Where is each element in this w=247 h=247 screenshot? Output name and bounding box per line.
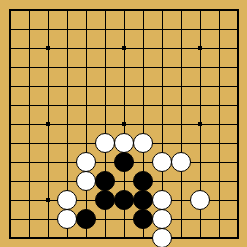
intersection[interactable]	[95, 38, 114, 57]
intersection[interactable]	[171, 0, 190, 19]
intersection[interactable]	[0, 19, 19, 38]
intersection[interactable]	[19, 57, 38, 76]
intersection[interactable]	[209, 19, 228, 38]
white-stone[interactable]: ●	[152, 152, 172, 172]
intersection[interactable]	[19, 76, 38, 95]
intersection[interactable]	[38, 0, 57, 19]
intersection[interactable]	[209, 57, 228, 76]
intersection[interactable]	[38, 114, 57, 133]
intersection[interactable]	[228, 114, 247, 133]
intersection[interactable]	[190, 0, 209, 19]
intersection[interactable]	[133, 19, 152, 38]
intersection[interactable]: ●	[133, 171, 152, 190]
intersection[interactable]	[76, 95, 95, 114]
intersection[interactable]	[190, 171, 209, 190]
intersection[interactable]	[0, 209, 19, 228]
intersection[interactable]	[152, 114, 171, 133]
intersection[interactable]	[190, 57, 209, 76]
intersection[interactable]	[57, 76, 76, 95]
intersection[interactable]	[114, 38, 133, 57]
intersection[interactable]: ●	[114, 152, 133, 171]
intersection[interactable]	[228, 57, 247, 76]
intersection[interactable]: ●	[95, 190, 114, 209]
black-stone[interactable]: ●	[133, 190, 153, 210]
intersection[interactable]	[38, 95, 57, 114]
intersection[interactable]	[0, 0, 19, 19]
intersection[interactable]	[57, 133, 76, 152]
intersection[interactable]	[38, 228, 57, 247]
intersection[interactable]	[209, 152, 228, 171]
intersection[interactable]	[38, 76, 57, 95]
intersection[interactable]	[76, 57, 95, 76]
intersection[interactable]	[19, 95, 38, 114]
intersection[interactable]	[133, 38, 152, 57]
white-stone[interactable]: ●	[152, 228, 172, 247]
intersection[interactable]	[76, 190, 95, 209]
white-stone[interactable]: ●	[152, 190, 172, 210]
intersection[interactable]	[228, 19, 247, 38]
intersection[interactable]	[95, 95, 114, 114]
intersection[interactable]	[190, 228, 209, 247]
intersection[interactable]	[190, 152, 209, 171]
intersection[interactable]	[152, 0, 171, 19]
intersection[interactable]	[209, 190, 228, 209]
intersection[interactable]	[19, 133, 38, 152]
intersection[interactable]	[228, 171, 247, 190]
intersection[interactable]	[57, 171, 76, 190]
intersection[interactable]	[57, 19, 76, 38]
intersection[interactable]	[0, 171, 19, 190]
black-stone[interactable]: ●	[95, 190, 115, 210]
intersection[interactable]	[114, 57, 133, 76]
intersection[interactable]	[95, 152, 114, 171]
intersection[interactable]	[171, 95, 190, 114]
intersection[interactable]: ●	[133, 190, 152, 209]
intersection[interactable]	[209, 114, 228, 133]
intersection[interactable]	[95, 228, 114, 247]
intersection[interactable]	[171, 57, 190, 76]
white-stone[interactable]: ●	[171, 152, 191, 172]
intersection[interactable]	[190, 76, 209, 95]
intersection[interactable]	[0, 95, 19, 114]
intersection[interactable]	[114, 114, 133, 133]
intersection[interactable]	[38, 57, 57, 76]
intersection[interactable]	[76, 0, 95, 19]
intersection[interactable]	[57, 57, 76, 76]
intersection[interactable]	[114, 228, 133, 247]
intersection[interactable]	[209, 133, 228, 152]
intersection[interactable]	[133, 114, 152, 133]
intersection[interactable]	[0, 152, 19, 171]
intersection[interactable]	[114, 19, 133, 38]
intersection[interactable]	[0, 114, 19, 133]
black-stone[interactable]: ●	[114, 152, 134, 172]
intersection[interactable]	[95, 114, 114, 133]
intersection[interactable]	[228, 38, 247, 57]
intersection[interactable]	[57, 152, 76, 171]
intersection[interactable]	[171, 209, 190, 228]
white-stone[interactable]: ●	[95, 133, 115, 153]
intersection[interactable]	[76, 114, 95, 133]
intersection[interactable]	[209, 38, 228, 57]
intersection[interactable]	[190, 209, 209, 228]
intersection[interactable]	[209, 0, 228, 19]
intersection[interactable]: ●	[76, 152, 95, 171]
intersection[interactable]	[95, 209, 114, 228]
intersection[interactable]	[0, 133, 19, 152]
intersection[interactable]	[19, 0, 38, 19]
intersection[interactable]	[19, 228, 38, 247]
intersection[interactable]: ●	[76, 171, 95, 190]
intersection[interactable]	[57, 0, 76, 19]
intersection[interactable]	[133, 57, 152, 76]
black-stone[interactable]: ●	[133, 209, 153, 229]
intersection[interactable]: ●	[114, 133, 133, 152]
intersection[interactable]	[209, 171, 228, 190]
intersection[interactable]	[38, 19, 57, 38]
intersection-grid: ●●●●●●●●●●●●●●●●●●●●●	[0, 0, 247, 247]
intersection[interactable]	[38, 209, 57, 228]
intersection[interactable]	[190, 95, 209, 114]
intersection[interactable]: ●	[76, 209, 95, 228]
intersection[interactable]	[114, 95, 133, 114]
intersection[interactable]	[19, 190, 38, 209]
intersection[interactable]	[171, 38, 190, 57]
intersection[interactable]	[57, 228, 76, 247]
intersection[interactable]	[114, 0, 133, 19]
intersection[interactable]: ●	[133, 209, 152, 228]
intersection[interactable]	[171, 19, 190, 38]
intersection[interactable]	[171, 76, 190, 95]
white-stone[interactable]: ●	[76, 171, 96, 191]
intersection[interactable]: ●	[152, 228, 171, 247]
intersection[interactable]	[133, 76, 152, 95]
intersection[interactable]	[38, 171, 57, 190]
intersection[interactable]: ●	[190, 190, 209, 209]
intersection[interactable]	[190, 133, 209, 152]
intersection[interactable]	[228, 76, 247, 95]
intersection[interactable]	[152, 38, 171, 57]
intersection[interactable]	[38, 133, 57, 152]
intersection[interactable]	[95, 76, 114, 95]
intersection[interactable]	[171, 171, 190, 190]
intersection[interactable]: ●	[152, 152, 171, 171]
intersection[interactable]	[76, 228, 95, 247]
intersection[interactable]	[152, 19, 171, 38]
intersection[interactable]	[95, 0, 114, 19]
white-stone[interactable]: ●	[57, 190, 77, 210]
intersection[interactable]: ●	[171, 152, 190, 171]
intersection[interactable]	[228, 190, 247, 209]
intersection[interactable]	[228, 209, 247, 228]
intersection[interactable]	[209, 76, 228, 95]
intersection[interactable]: ●	[57, 209, 76, 228]
intersection[interactable]	[152, 95, 171, 114]
white-stone[interactable]: ●	[76, 152, 96, 172]
intersection[interactable]	[114, 171, 133, 190]
intersection[interactable]	[114, 209, 133, 228]
intersection[interactable]: ●	[95, 171, 114, 190]
intersection[interactable]: ●	[152, 190, 171, 209]
intersection[interactable]	[19, 19, 38, 38]
intersection[interactable]	[209, 95, 228, 114]
intersection[interactable]	[152, 171, 171, 190]
intersection[interactable]	[133, 228, 152, 247]
intersection[interactable]	[57, 38, 76, 57]
intersection[interactable]	[0, 76, 19, 95]
intersection[interactable]	[19, 114, 38, 133]
intersection[interactable]	[228, 133, 247, 152]
white-stone[interactable]: ●	[57, 209, 77, 229]
intersection[interactable]: ●	[133, 133, 152, 152]
intersection[interactable]	[190, 19, 209, 38]
intersection[interactable]	[152, 133, 171, 152]
intersection[interactable]	[95, 19, 114, 38]
intersection[interactable]	[190, 38, 209, 57]
intersection[interactable]	[19, 152, 38, 171]
intersection[interactable]	[209, 228, 228, 247]
black-stone[interactable]: ●	[76, 209, 96, 229]
black-stone[interactable]: ●	[133, 171, 153, 191]
intersection[interactable]	[152, 57, 171, 76]
intersection[interactable]	[76, 19, 95, 38]
intersection[interactable]	[57, 95, 76, 114]
intersection[interactable]	[171, 114, 190, 133]
white-stone[interactable]: ●	[133, 133, 153, 153]
intersection[interactable]	[152, 76, 171, 95]
intersection[interactable]	[38, 152, 57, 171]
intersection[interactable]	[228, 0, 247, 19]
white-stone[interactable]: ●	[190, 190, 210, 210]
intersection[interactable]	[114, 76, 133, 95]
white-stone[interactable]: ●	[114, 133, 134, 153]
intersection[interactable]	[19, 209, 38, 228]
white-stone[interactable]: ●	[152, 209, 172, 229]
intersection[interactable]	[228, 152, 247, 171]
intersection[interactable]	[171, 190, 190, 209]
intersection[interactable]	[38, 38, 57, 57]
intersection[interactable]: ●	[114, 190, 133, 209]
intersection[interactable]	[38, 190, 57, 209]
intersection[interactable]	[19, 171, 38, 190]
intersection[interactable]	[57, 114, 76, 133]
go-board: ●●●●●●●●●●●●●●●●●●●●●	[0, 0, 247, 247]
black-stone[interactable]: ●	[114, 190, 134, 210]
intersection[interactable]	[133, 0, 152, 19]
intersection[interactable]	[76, 76, 95, 95]
intersection[interactable]	[76, 38, 95, 57]
intersection[interactable]	[0, 57, 19, 76]
intersection[interactable]	[228, 228, 247, 247]
intersection[interactable]	[19, 38, 38, 57]
intersection[interactable]	[0, 38, 19, 57]
intersection[interactable]	[0, 190, 19, 209]
intersection[interactable]	[76, 133, 95, 152]
intersection[interactable]: ●	[57, 190, 76, 209]
intersection[interactable]	[133, 152, 152, 171]
intersection[interactable]	[0, 228, 19, 247]
intersection[interactable]	[95, 57, 114, 76]
intersection[interactable]	[133, 95, 152, 114]
black-stone[interactable]: ●	[95, 171, 115, 191]
intersection[interactable]	[171, 133, 190, 152]
intersection[interactable]	[190, 114, 209, 133]
intersection[interactable]: ●	[95, 133, 114, 152]
intersection[interactable]	[171, 228, 190, 247]
intersection[interactable]: ●	[152, 209, 171, 228]
intersection[interactable]	[209, 209, 228, 228]
intersection[interactable]	[228, 95, 247, 114]
